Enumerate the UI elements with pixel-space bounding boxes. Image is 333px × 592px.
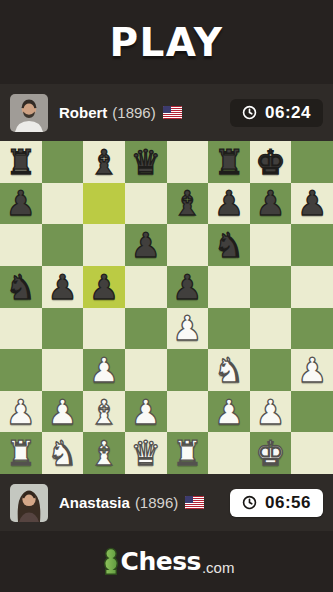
player-bar-top[interactable]: Robert (1896) 06:24 [0, 84, 333, 141]
piece-white-knight[interactable]: ♞ [47, 436, 77, 470]
piece-white-rook[interactable]: ♜ [6, 436, 36, 470]
square-g4[interactable] [250, 308, 292, 350]
footer: Chess .com [0, 531, 333, 592]
chess-app-screen: PLAY Robert (1896) [0, 0, 333, 592]
player-name-top: Robert [59, 104, 107, 121]
piece-black-pawn[interactable]: ♟ [89, 270, 119, 304]
piece-black-knight[interactable]: ♞ [214, 228, 244, 262]
square-f1[interactable] [208, 432, 250, 474]
square-h7[interactable]: ♟ [291, 183, 333, 225]
square-g7[interactable]: ♟ [250, 183, 292, 225]
player-info-top: Robert (1896) [59, 104, 182, 121]
piece-black-pawn[interactable]: ♟ [6, 186, 36, 220]
square-d5[interactable] [125, 266, 167, 308]
square-b8[interactable] [42, 141, 84, 183]
square-c1[interactable]: ♝ [83, 432, 125, 474]
piece-black-bishop[interactable]: ♝ [172, 186, 202, 220]
square-b3[interactable] [42, 349, 84, 391]
square-a4[interactable] [0, 308, 42, 350]
square-a5[interactable]: ♞ [0, 266, 42, 308]
square-h1[interactable] [291, 432, 333, 474]
clock-time-top: 06:24 [265, 103, 311, 123]
piece-black-rook[interactable]: ♜ [6, 145, 36, 179]
square-a1[interactable]: ♜ [0, 432, 42, 474]
player-info-bottom: Anastasia (1896) [59, 494, 204, 511]
piece-white-pawn[interactable]: ♟ [130, 395, 160, 429]
piece-black-bishop[interactable]: ♝ [89, 145, 119, 179]
pawn-logo-icon [99, 547, 123, 579]
square-b7[interactable] [42, 183, 84, 225]
piece-black-pawn[interactable]: ♟ [47, 270, 77, 304]
piece-white-pawn[interactable]: ♟ [6, 395, 36, 429]
page-title: PLAY [109, 20, 223, 65]
square-e8[interactable] [167, 141, 209, 183]
piece-white-pawn[interactable]: ♟ [47, 395, 77, 429]
clock-bottom: 06:56 [230, 489, 323, 517]
player-name-bottom: Anastasia [59, 494, 130, 511]
square-c5[interactable]: ♟ [83, 266, 125, 308]
square-a7[interactable]: ♟ [0, 183, 42, 225]
square-e5[interactable]: ♟ [167, 266, 209, 308]
us-flag-icon [163, 106, 182, 119]
square-g3[interactable] [250, 349, 292, 391]
square-h6[interactable] [291, 224, 333, 266]
square-g5[interactable] [250, 266, 292, 308]
square-h5[interactable] [291, 266, 333, 308]
piece-white-knight[interactable]: ♞ [214, 353, 244, 387]
piece-white-queen[interactable]: ♛ [130, 436, 160, 470]
piece-white-pawn[interactable]: ♟ [89, 353, 119, 387]
chess-board[interactable]: ♜♝♛♜♚♟♝♟♟♟♟♞♞♟♟♟♟♟♞♟♟♟♝♟♟♟♜♞♝♛♜♚ [0, 141, 333, 474]
square-a8[interactable]: ♜ [0, 141, 42, 183]
piece-black-pawn[interactable]: ♟ [214, 186, 244, 220]
square-a2[interactable]: ♟ [0, 391, 42, 433]
square-c6[interactable] [83, 224, 125, 266]
piece-white-king[interactable]: ♚ [255, 436, 285, 470]
square-b1[interactable]: ♞ [42, 432, 84, 474]
piece-white-pawn[interactable]: ♟ [255, 395, 285, 429]
avatar-top[interactable] [10, 94, 48, 132]
square-h2[interactable] [291, 391, 333, 433]
square-f6[interactable]: ♞ [208, 224, 250, 266]
clock-time-bottom: 06:56 [265, 493, 311, 513]
clock-top: 06:24 [230, 99, 323, 127]
square-g6[interactable] [250, 224, 292, 266]
square-e7[interactable]: ♝ [167, 183, 209, 225]
square-h8[interactable] [291, 141, 333, 183]
player-rating-top: (1896) [112, 104, 155, 121]
square-g8[interactable]: ♚ [250, 141, 292, 183]
piece-black-pawn[interactable]: ♟ [172, 270, 202, 304]
piece-white-pawn[interactable]: ♟ [172, 311, 202, 345]
player-rating-bottom: (1896) [135, 494, 178, 511]
square-d4[interactable] [125, 308, 167, 350]
square-f8[interactable]: ♜ [208, 141, 250, 183]
square-f4[interactable] [208, 308, 250, 350]
square-a3[interactable] [0, 349, 42, 391]
piece-white-bishop[interactable]: ♝ [89, 395, 119, 429]
square-h4[interactable] [291, 308, 333, 350]
square-e3[interactable] [167, 349, 209, 391]
piece-white-pawn[interactable]: ♟ [297, 353, 327, 387]
piece-black-knight[interactable]: ♞ [6, 270, 36, 304]
piece-white-bishop[interactable]: ♝ [89, 436, 119, 470]
piece-black-pawn[interactable]: ♟ [255, 186, 285, 220]
square-d1[interactable]: ♛ [125, 432, 167, 474]
square-f5[interactable] [208, 266, 250, 308]
piece-black-pawn[interactable]: ♟ [130, 228, 160, 262]
player-bar-bottom[interactable]: Anastasia (1896) 06:56 [0, 474, 333, 531]
square-d6[interactable]: ♟ [125, 224, 167, 266]
square-c3[interactable]: ♟ [83, 349, 125, 391]
square-e1[interactable]: ♜ [167, 432, 209, 474]
square-c7[interactable] [83, 183, 125, 225]
piece-white-pawn[interactable]: ♟ [214, 395, 244, 429]
clock-icon [242, 105, 257, 120]
square-c8[interactable]: ♝ [83, 141, 125, 183]
avatar-bottom[interactable] [10, 484, 48, 522]
square-c4[interactable] [83, 308, 125, 350]
piece-black-rook[interactable]: ♜ [214, 145, 244, 179]
square-e2[interactable] [167, 391, 209, 433]
square-a6[interactable] [0, 224, 42, 266]
brand-suffix: .com [202, 559, 235, 579]
square-d3[interactable] [125, 349, 167, 391]
square-d7[interactable] [125, 183, 167, 225]
square-b2[interactable]: ♟ [42, 391, 84, 433]
square-f7[interactable]: ♟ [208, 183, 250, 225]
chesscom-logo: Chess .com [99, 545, 235, 579]
square-f2[interactable]: ♟ [208, 391, 250, 433]
square-b6[interactable] [42, 224, 84, 266]
piece-black-pawn[interactable]: ♟ [297, 186, 327, 220]
header: PLAY [0, 0, 333, 84]
brand-text: Chess [121, 547, 201, 576]
square-b4[interactable] [42, 308, 84, 350]
piece-black-queen[interactable]: ♛ [130, 145, 160, 179]
clock-icon [242, 495, 257, 510]
square-g2[interactable]: ♟ [250, 391, 292, 433]
square-g1[interactable]: ♚ [250, 432, 292, 474]
square-d2[interactable]: ♟ [125, 391, 167, 433]
square-c2[interactable]: ♝ [83, 391, 125, 433]
us-flag-icon [185, 496, 204, 509]
square-h3[interactable]: ♟ [291, 349, 333, 391]
square-b5[interactable]: ♟ [42, 266, 84, 308]
piece-white-rook[interactable]: ♜ [172, 436, 202, 470]
square-d8[interactable]: ♛ [125, 141, 167, 183]
square-e6[interactable] [167, 224, 209, 266]
square-f3[interactable]: ♞ [208, 349, 250, 391]
square-e4[interactable]: ♟ [167, 308, 209, 350]
piece-black-king[interactable]: ♚ [255, 145, 285, 179]
